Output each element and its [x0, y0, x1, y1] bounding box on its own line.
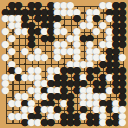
board-cell[interactable]: ●	[9, 48, 16, 55]
black-stone: ●	[73, 119, 81, 126]
white-stone: ●	[118, 119, 126, 126]
board-cell[interactable]: ●	[41, 54, 48, 61]
white-stone: ●	[40, 54, 48, 61]
black-stone: ●	[47, 119, 55, 126]
go-board: ●●●●●●●●●●●●●●●●●●●●●●●●●●●●●●●●●●●●●●●●…	[0, 0, 128, 128]
white-stone: ●	[53, 54, 61, 61]
board-cell[interactable]: ●	[93, 28, 100, 35]
board-intersections: ●●●●●●●●●●●●●●●●●●●●●●●●●●●●●●●●●●●●●●●●…	[2, 2, 126, 126]
white-stone: ●	[1, 87, 9, 94]
board-cell[interactable]: ●	[48, 119, 55, 126]
board-cell[interactable]: ●	[119, 119, 126, 126]
board-cell[interactable]: ●	[2, 87, 9, 94]
board-cell[interactable]: ●	[54, 54, 61, 61]
board-cell[interactable]: ●	[9, 35, 16, 42]
board-cell[interactable]: ●	[74, 119, 81, 126]
board-cell[interactable]: ●	[119, 41, 126, 48]
board-cell[interactable]: ●	[119, 54, 126, 61]
